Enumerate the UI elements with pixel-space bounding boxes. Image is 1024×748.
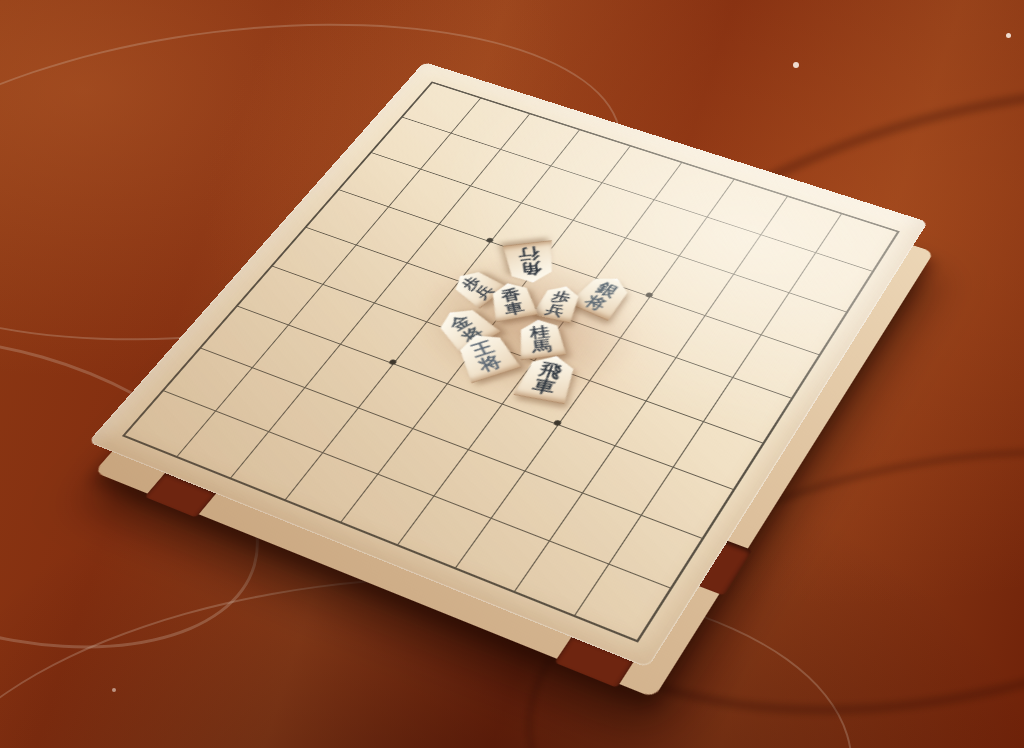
shogi-photo-scene: 銀将歩兵歩兵桂馬香車金将飛車王将角行 [0,0,1024,748]
dust-speck [1006,33,1011,38]
dust-speck [793,62,799,68]
shogi-piece-lance: 香車 [486,279,539,322]
piece-kanji: 兵 [543,302,566,318]
shogi-piece-bishop: 角行 [502,240,559,285]
piece-kanji: 将 [581,293,610,313]
dust-speck [112,688,116,692]
piece-kanji: 車 [503,300,526,317]
piece-kanji: 車 [529,377,557,397]
piece-kanji: 将 [476,353,504,375]
piece-kanji: 行 [518,245,541,262]
